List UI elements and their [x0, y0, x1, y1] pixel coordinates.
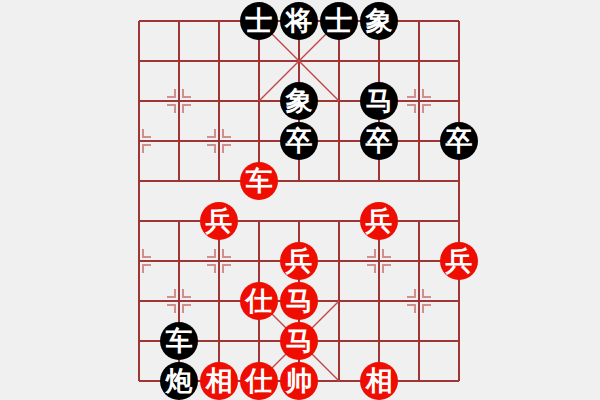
- piece-red-帅-r9c4[interactable]: 帅: [280, 362, 318, 400]
- piece-red-马-r7c4[interactable]: 马: [280, 282, 318, 320]
- piece-black-象-r0c6[interactable]: 象: [360, 2, 398, 40]
- piece-black-士-r0c3[interactable]: 士: [240, 2, 278, 40]
- piece-black-士-r0c5[interactable]: 士: [320, 2, 358, 40]
- piece-black-炮-r9c1[interactable]: 炮: [160, 362, 198, 400]
- piece-red-兵-r5c6[interactable]: 兵: [360, 202, 398, 240]
- piece-black-卒-r3c8[interactable]: 卒: [440, 122, 478, 160]
- piece-red-马-r8c4[interactable]: 马: [280, 322, 318, 360]
- piece-red-兵-r6c4[interactable]: 兵: [280, 242, 318, 280]
- piece-red-仕-r9c3[interactable]: 仕: [240, 362, 278, 400]
- piece-black-车-r8c1[interactable]: 车: [160, 322, 198, 360]
- piece-red-相-r9c2[interactable]: 相: [200, 362, 238, 400]
- piece-red-车-r4c3[interactable]: 车: [240, 162, 278, 200]
- piece-black-卒-r3c6[interactable]: 卒: [360, 122, 398, 160]
- piece-black-卒-r3c4[interactable]: 卒: [280, 122, 318, 160]
- piece-red-相-r9c6[interactable]: 相: [360, 362, 398, 400]
- piece-red-兵-r5c2[interactable]: 兵: [200, 202, 238, 240]
- piece-red-仕-r7c3[interactable]: 仕: [240, 282, 278, 320]
- piece-black-将-r0c4[interactable]: 将: [280, 2, 318, 40]
- piece-black-马-r2c6[interactable]: 马: [360, 82, 398, 120]
- piece-black-象-r2c4[interactable]: 象: [280, 82, 318, 120]
- piece-red-兵-r6c8[interactable]: 兵: [440, 242, 478, 280]
- xiangqi-board[interactable]: 士将士象象马卒卒卒车兵兵兵兵仕马车马炮相仕帅相: [0, 0, 600, 400]
